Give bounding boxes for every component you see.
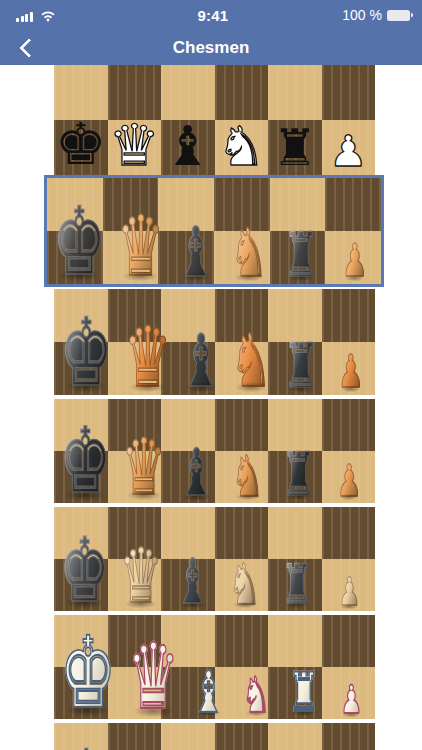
wifi-icon <box>39 9 57 22</box>
light-queen-piece: ♛ <box>109 118 160 172</box>
light-knight-piece: ♞ <box>217 121 265 172</box>
piece-set-option[interactable]: ♚♛♝♞♜♟ <box>54 723 375 750</box>
piece-set-list: ♚♛♝♞♜♟♚♛♝♞♜♟♚♛♝♞♜♟♚♛♝♞♜♟♚♛♝♞♜♟♚♛♝♞♜♟♚♛♝♞… <box>0 65 422 750</box>
dark-king-piece: ♚ <box>59 313 113 393</box>
light-pawn-piece: ♟ <box>337 463 362 501</box>
piece-set-option[interactable]: ♚♛♝♞♜♟ <box>47 178 381 284</box>
back-button[interactable] <box>14 35 40 61</box>
dark-bishop-piece: ♝ <box>176 223 215 282</box>
dark-bishop-piece: ♝ <box>180 330 222 392</box>
light-queen-piece: ♛ <box>123 322 171 393</box>
light-queen-piece: ♛ <box>116 211 164 282</box>
dark-rook-piece: ♜ <box>281 562 312 608</box>
dark-king-piece: ♚ <box>59 533 110 608</box>
dark-king-piece: ♚ <box>59 745 113 750</box>
piece-preview-rank: ♚♛♝♞♜♟ <box>54 615 375 719</box>
status-bar: 9:41 100 % <box>0 0 422 30</box>
battery-icon <box>387 10 410 21</box>
dark-bishop-piece: ♝ <box>175 555 211 608</box>
light-pawn-piece: ♟ <box>341 243 367 282</box>
app-screen: 9:41 100 % Chesmen ♚♛♝♞♜♟♚♛♝♞♜♟♚♛♝♞♜♟♚♛♝… <box>0 0 422 750</box>
status-left <box>16 9 126 22</box>
cellular-signal-icon <box>16 11 33 22</box>
piece-preview-rank: ♚♛♝♞♜♟ <box>47 178 381 284</box>
light-knight-piece: ♞ <box>229 560 262 609</box>
chevron-left-icon <box>19 38 39 58</box>
piece-set-option[interactable]: ♚♛♝♞♜♟ <box>54 507 375 611</box>
battery-percent-label: 100 % <box>342 7 382 23</box>
piece-preview-rank: ♚♛♝♞♜♟ <box>54 399 375 503</box>
dark-king-piece: ♚ <box>55 117 107 172</box>
dark-bishop-piece: ♝ <box>178 445 215 500</box>
dark-king-piece: ♚ <box>59 423 111 500</box>
dark-rook-piece: ♜ <box>272 125 317 173</box>
dark-rook-piece: ♜ <box>284 229 319 281</box>
dark-bishop-piece: ♝ <box>163 120 212 172</box>
light-pawn-piece: ♟ <box>338 575 360 608</box>
light-queen-piece: ♛ <box>121 434 166 500</box>
dark-rook-piece: ♜ <box>288 670 319 716</box>
light-pawn-piece: ♟ <box>340 683 362 716</box>
piece-set-option[interactable]: ♚♛♝♞♜♟ <box>54 615 375 719</box>
piece-preview-rank: ♚♛♝♞♜♟ <box>54 723 375 750</box>
light-pawn-piece: ♟ <box>337 354 363 393</box>
dark-king-piece: ♚ <box>52 202 106 282</box>
piece-preview-rank: ♚♛♝♞♜♟ <box>54 289 375 395</box>
light-queen-piece: ♛ <box>119 544 162 608</box>
light-pawn-piece: ♟ <box>329 131 368 172</box>
piece-set-option[interactable]: ♚♛♝♞♜♟ <box>54 65 375 175</box>
selected-piece-set-frame[interactable]: ♚♛♝♞♜♟ <box>44 175 384 287</box>
light-knight-piece: ♞ <box>230 330 272 392</box>
status-right: 100 % <box>300 7 410 23</box>
light-queen-piece: ♛ <box>127 639 179 716</box>
dark-king-piece: ♚ <box>60 632 117 716</box>
clock-time: 9:41 <box>198 7 229 24</box>
navigation-bar: Chesmen <box>0 30 422 65</box>
dark-bishop-piece: ♝ <box>192 668 225 717</box>
dark-rook-piece: ♜ <box>281 449 315 500</box>
light-knight-piece: ♞ <box>242 674 270 716</box>
dark-rook-piece: ♜ <box>284 340 319 392</box>
light-knight-piece: ♞ <box>229 225 267 281</box>
piece-set-option[interactable]: ♚♛♝♞♜♟ <box>54 289 375 395</box>
piece-preview-rank: ♚♛♝♞♜♟ <box>54 65 375 175</box>
piece-set-option[interactable]: ♚♛♝♞♜♟ <box>54 399 375 503</box>
header: 9:41 100 % Chesmen <box>0 0 422 65</box>
page-title: Chesmen <box>173 38 250 58</box>
light-knight-piece: ♞ <box>231 452 264 501</box>
piece-preview-rank: ♚♛♝♞♜♟ <box>54 507 375 611</box>
